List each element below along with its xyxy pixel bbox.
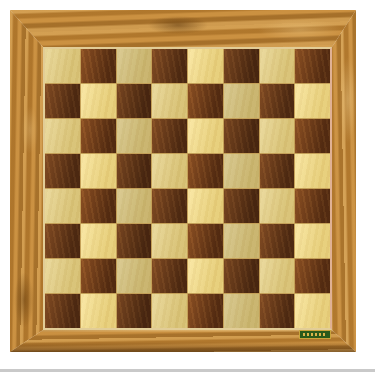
square-b8 xyxy=(81,49,116,83)
square-a2 xyxy=(45,259,80,293)
square-f5 xyxy=(224,154,259,188)
square-d4 xyxy=(152,189,187,223)
square-h6 xyxy=(295,119,330,153)
square-a6 xyxy=(45,119,80,153)
square-d6 xyxy=(152,119,187,153)
square-a4 xyxy=(45,189,80,223)
square-b7 xyxy=(81,84,116,118)
square-e8 xyxy=(188,49,223,83)
square-f3 xyxy=(224,224,259,258)
square-a8 xyxy=(45,49,80,83)
board-photo xyxy=(0,0,375,375)
square-e7 xyxy=(188,84,223,118)
photo-bottom-border xyxy=(0,369,375,372)
square-h1 xyxy=(295,294,330,328)
square-c6 xyxy=(117,119,152,153)
square-b6 xyxy=(81,119,116,153)
brand-label xyxy=(299,330,331,339)
square-c2 xyxy=(117,259,152,293)
square-c5 xyxy=(117,154,152,188)
square-g6 xyxy=(260,119,295,153)
square-e6 xyxy=(188,119,223,153)
square-h5 xyxy=(295,154,330,188)
square-a5 xyxy=(45,154,80,188)
square-a3 xyxy=(45,224,80,258)
square-g8 xyxy=(260,49,295,83)
square-g7 xyxy=(260,84,295,118)
square-f7 xyxy=(224,84,259,118)
chessboard-frame xyxy=(10,10,356,352)
square-e2 xyxy=(188,259,223,293)
square-d2 xyxy=(152,259,187,293)
square-b5 xyxy=(81,154,116,188)
square-g4 xyxy=(260,189,295,223)
square-h3 xyxy=(295,224,330,258)
square-g5 xyxy=(260,154,295,188)
square-c4 xyxy=(117,189,152,223)
square-f8 xyxy=(224,49,259,83)
square-c3 xyxy=(117,224,152,258)
square-c8 xyxy=(117,49,152,83)
square-d3 xyxy=(152,224,187,258)
square-e1 xyxy=(188,294,223,328)
square-b2 xyxy=(81,259,116,293)
square-h8 xyxy=(295,49,330,83)
square-b3 xyxy=(81,224,116,258)
square-h4 xyxy=(295,189,330,223)
square-d7 xyxy=(152,84,187,118)
square-b1 xyxy=(81,294,116,328)
square-e5 xyxy=(188,154,223,188)
square-d8 xyxy=(152,49,187,83)
square-g3 xyxy=(260,224,295,258)
square-a1 xyxy=(45,294,80,328)
square-a7 xyxy=(45,84,80,118)
square-f6 xyxy=(224,119,259,153)
square-c1 xyxy=(117,294,152,328)
square-g2 xyxy=(260,259,295,293)
square-e4 xyxy=(188,189,223,223)
square-d5 xyxy=(152,154,187,188)
square-d1 xyxy=(152,294,187,328)
square-f4 xyxy=(224,189,259,223)
square-h2 xyxy=(295,259,330,293)
square-f2 xyxy=(224,259,259,293)
square-e3 xyxy=(188,224,223,258)
square-h7 xyxy=(295,84,330,118)
square-c7 xyxy=(117,84,152,118)
square-f1 xyxy=(224,294,259,328)
square-g1 xyxy=(260,294,295,328)
chessboard xyxy=(43,47,332,330)
square-b4 xyxy=(81,189,116,223)
